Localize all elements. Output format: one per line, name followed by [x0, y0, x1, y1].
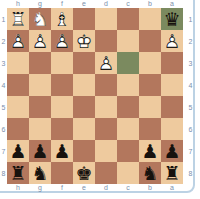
square-a4[interactable] — [161, 74, 183, 96]
white-pawn-piece[interactable]: ♟♙ — [161, 30, 183, 52]
piece-fill: ♜ — [161, 162, 183, 184]
rank-label-8: 8 — [186, 162, 195, 184]
file-label-h: h — [7, 0, 29, 8]
square-d8[interactable] — [95, 162, 117, 184]
rank-label-5: 5 — [0, 96, 7, 118]
square-a1[interactable]: ♛ — [161, 8, 183, 30]
square-e3[interactable] — [73, 52, 95, 74]
piece-fill: ♛ — [161, 8, 183, 30]
square-c6[interactable] — [117, 118, 139, 140]
white-bishop-piece[interactable]: ♝♗ — [51, 8, 73, 30]
piece-fill: ♜ — [7, 162, 29, 184]
rank-label-4: 4 — [0, 74, 7, 96]
square-a2[interactable]: ♟♙ — [161, 30, 183, 52]
piece-outline: ♖ — [7, 8, 29, 30]
piece-outline: ♘ — [29, 8, 51, 30]
rank-label-5: 5 — [186, 96, 195, 118]
rank-label-6: 6 — [186, 118, 195, 140]
square-h8[interactable]: ♜ — [7, 162, 29, 184]
square-g8[interactable]: ♞ — [29, 162, 51, 184]
file-labels-top: hgfedcba — [7, 0, 183, 8]
black-pawn-piece[interactable]: ♟ — [7, 140, 29, 162]
file-label-g: g — [29, 0, 51, 8]
square-h3[interactable] — [7, 52, 29, 74]
file-label-b: b — [139, 0, 161, 8]
rank-label-7: 7 — [186, 140, 195, 162]
square-g3[interactable] — [29, 52, 51, 74]
square-a3[interactable] — [161, 52, 183, 74]
square-b3[interactable] — [139, 52, 161, 74]
square-g5[interactable] — [29, 96, 51, 118]
square-d6[interactable] — [95, 118, 117, 140]
file-label-c: c — [117, 184, 139, 192]
square-a5[interactable] — [161, 96, 183, 118]
square-b7[interactable]: ♟ — [139, 140, 161, 162]
chess-board-panel: hgfedcba 12345678 ♜♖♞♘♝♗♛♟♙♟♙♟♙♚♔♟♙♟♙♟♟♟… — [0, 0, 200, 199]
square-e6[interactable] — [73, 118, 95, 140]
piece-outline: ♙ — [29, 30, 51, 52]
square-a7[interactable]: ♟ — [161, 140, 183, 162]
piece-fill: ♟ — [139, 140, 161, 162]
black-knight-piece[interactable]: ♞ — [29, 162, 51, 184]
square-g2[interactable]: ♟♙ — [29, 30, 51, 52]
square-d4[interactable] — [95, 74, 117, 96]
square-f2[interactable]: ♟♙ — [51, 30, 73, 52]
file-labels-bottom: hgfedcba — [7, 184, 183, 192]
rank-label-6: 6 — [0, 118, 7, 140]
square-c1[interactable] — [117, 8, 139, 30]
rank-label-2: 2 — [186, 30, 195, 52]
rank-label-1: 1 — [186, 8, 195, 30]
black-knight-piece[interactable]: ♞ — [139, 162, 161, 184]
black-pawn-piece[interactable]: ♟ — [139, 140, 161, 162]
board[interactable]: ♜♖♞♘♝♗♛♟♙♟♙♟♙♚♔♟♙♟♙♟♟♟♟♟♜♞♚♞♜ — [7, 8, 183, 184]
square-b5[interactable] — [139, 96, 161, 118]
square-f3[interactable] — [51, 52, 73, 74]
square-f8[interactable] — [51, 162, 73, 184]
square-f6[interactable] — [51, 118, 73, 140]
rank-label-1: 1 — [0, 8, 7, 30]
piece-fill: ♟ — [51, 140, 73, 162]
file-label-e: e — [73, 184, 95, 192]
piece-fill: ♞ — [29, 162, 51, 184]
square-f4[interactable] — [51, 74, 73, 96]
white-knight-piece[interactable]: ♞♘ — [29, 8, 51, 30]
piece-outline: ♗ — [51, 8, 73, 30]
white-king-piece[interactable]: ♚♔ — [73, 30, 95, 52]
black-queen-piece[interactable]: ♛ — [161, 8, 183, 30]
square-f7[interactable]: ♟ — [51, 140, 73, 162]
piece-fill: ♟ — [29, 140, 51, 162]
square-c3[interactable] — [117, 52, 139, 74]
piece-outline: ♙ — [95, 52, 117, 74]
file-label-f: f — [51, 184, 73, 192]
square-h6[interactable] — [7, 118, 29, 140]
square-g6[interactable] — [29, 118, 51, 140]
square-c2[interactable] — [117, 30, 139, 52]
piece-outline: ♙ — [51, 30, 73, 52]
square-c4[interactable] — [117, 74, 139, 96]
square-b2[interactable] — [139, 30, 161, 52]
square-e7[interactable] — [73, 140, 95, 162]
file-label-a: a — [161, 184, 183, 192]
black-rook-piece[interactable]: ♜ — [161, 162, 183, 184]
square-d7[interactable] — [95, 140, 117, 162]
square-g4[interactable] — [29, 74, 51, 96]
piece-fill: ♚ — [73, 162, 95, 184]
square-g7[interactable]: ♟ — [29, 140, 51, 162]
square-b6[interactable] — [139, 118, 161, 140]
square-h7[interactable]: ♟ — [7, 140, 29, 162]
file-label-f: f — [51, 0, 73, 8]
square-d2[interactable] — [95, 30, 117, 52]
square-b1[interactable] — [139, 8, 161, 30]
rank-label-7: 7 — [0, 140, 7, 162]
rank-label-3: 3 — [0, 52, 7, 74]
square-c7[interactable] — [117, 140, 139, 162]
piece-outline: ♙ — [161, 30, 183, 52]
square-b8[interactable]: ♞ — [139, 162, 161, 184]
square-h1[interactable]: ♜♖ — [7, 8, 29, 30]
file-label-d: d — [95, 184, 117, 192]
square-h2[interactable]: ♟♙ — [7, 30, 29, 52]
file-label-b: b — [139, 184, 161, 192]
piece-outline: ♙ — [7, 30, 29, 52]
file-label-e: e — [73, 0, 95, 8]
square-f5[interactable] — [51, 96, 73, 118]
square-f1[interactable]: ♝♗ — [51, 8, 73, 30]
square-e2[interactable]: ♚♔ — [73, 30, 95, 52]
square-h4[interactable] — [7, 74, 29, 96]
square-e8[interactable]: ♚ — [73, 162, 95, 184]
rank-label-2: 2 — [0, 30, 7, 52]
square-a8[interactable]: ♜ — [161, 162, 183, 184]
black-pawn-piece[interactable]: ♟ — [51, 140, 73, 162]
square-h5[interactable] — [7, 96, 29, 118]
square-c5[interactable] — [117, 96, 139, 118]
piece-fill: ♟ — [7, 140, 29, 162]
square-e4[interactable] — [73, 74, 95, 96]
piece-outline: ♔ — [73, 30, 95, 52]
piece-fill: ♟ — [161, 140, 183, 162]
rank-label-4: 4 — [186, 74, 195, 96]
rank-labels-left: 12345678 — [0, 8, 7, 184]
square-e1[interactable] — [73, 8, 95, 30]
black-king-piece[interactable]: ♚ — [73, 162, 95, 184]
file-label-a: a — [161, 0, 183, 8]
square-d1[interactable] — [95, 8, 117, 30]
file-label-h: h — [7, 184, 29, 192]
square-a6[interactable] — [161, 118, 183, 140]
white-rook-piece[interactable]: ♜♖ — [7, 8, 29, 30]
rank-label-8: 8 — [0, 162, 7, 184]
square-g1[interactable]: ♞♘ — [29, 8, 51, 30]
white-pawn-piece[interactable]: ♟♙ — [95, 52, 117, 74]
file-label-g: g — [29, 184, 51, 192]
white-pawn-piece[interactable]: ♟♙ — [7, 30, 29, 52]
file-label-c: c — [117, 0, 139, 8]
piece-fill: ♞ — [139, 162, 161, 184]
square-d5[interactable] — [95, 96, 117, 118]
white-pawn-piece[interactable]: ♟♙ — [29, 30, 51, 52]
rank-label-3: 3 — [186, 52, 195, 74]
file-label-d: d — [95, 0, 117, 8]
square-d3[interactable]: ♟♙ — [95, 52, 117, 74]
square-b4[interactable] — [139, 74, 161, 96]
white-pawn-piece[interactable]: ♟♙ — [51, 30, 73, 52]
square-e5[interactable] — [73, 96, 95, 118]
black-pawn-piece[interactable]: ♟ — [161, 140, 183, 162]
black-pawn-piece[interactable]: ♟ — [29, 140, 51, 162]
black-rook-piece[interactable]: ♜ — [7, 162, 29, 184]
square-c8[interactable] — [117, 162, 139, 184]
rank-labels-right: 12345678 — [186, 8, 195, 184]
